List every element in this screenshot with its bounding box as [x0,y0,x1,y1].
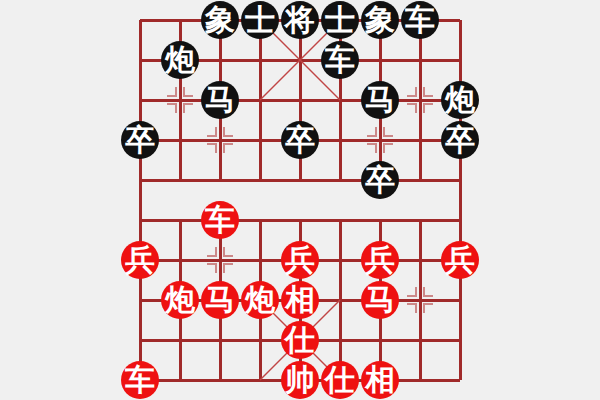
black-soldier[interactable]: 卒 [121,121,159,159]
red-cannon[interactable]: 炮 [161,281,199,319]
red-horse[interactable]: 马 [361,281,399,319]
black-general[interactable]: 将 [281,1,319,39]
black-chariot[interactable]: 车 [321,41,359,79]
black-horse[interactable]: 马 [201,81,239,119]
red-soldier[interactable]: 兵 [281,241,319,279]
red-advisor[interactable]: 仕 [281,321,319,359]
red-soldier[interactable]: 兵 [121,241,159,279]
black-soldier[interactable]: 卒 [361,161,399,199]
black-soldier[interactable]: 卒 [441,121,479,159]
black-advisor[interactable]: 士 [241,1,279,39]
red-advisor[interactable]: 仕 [321,361,359,399]
black-chariot[interactable]: 车 [401,1,439,39]
red-chariot[interactable]: 车 [201,201,239,239]
black-elephant[interactable]: 象 [361,1,399,39]
red-elephant[interactable]: 相 [281,281,319,319]
black-soldier[interactable]: 卒 [281,121,319,159]
red-cannon[interactable]: 炮 [241,281,279,319]
red-elephant[interactable]: 相 [361,361,399,399]
black-elephant[interactable]: 象 [201,1,239,39]
red-chariot[interactable]: 车 [121,361,159,399]
black-horse[interactable]: 马 [361,81,399,119]
xiangqi-board: 象士将士象车炮车马马炮卒卒卒卒车兵兵兵兵炮马炮相马仕车帅仕相 [0,0,600,400]
red-soldier[interactable]: 兵 [361,241,399,279]
black-cannon[interactable]: 炮 [441,81,479,119]
black-cannon[interactable]: 炮 [161,41,199,79]
red-horse[interactable]: 马 [201,281,239,319]
black-advisor[interactable]: 士 [321,1,359,39]
red-soldier[interactable]: 兵 [441,241,479,279]
red-general[interactable]: 帅 [281,361,319,399]
pieces-layer: 象士将士象车炮车马马炮卒卒卒卒车兵兵兵兵炮马炮相马仕车帅仕相 [0,0,600,400]
